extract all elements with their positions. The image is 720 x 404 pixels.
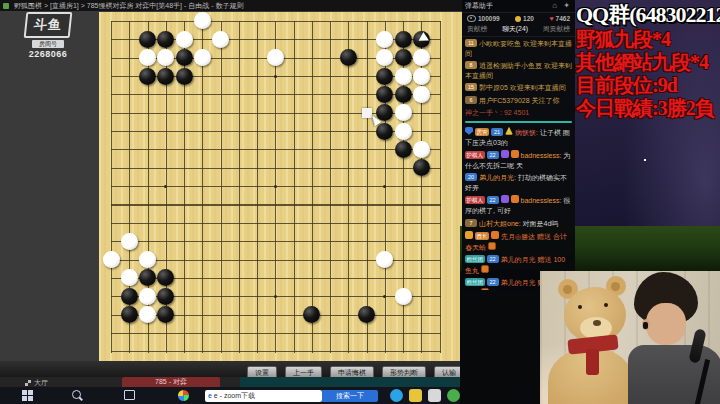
board-cell[interactable] [303, 48, 321, 66]
board-cell[interactable] [211, 177, 229, 195]
board-cell[interactable] [394, 30, 412, 48]
board-cell[interactable] [284, 287, 302, 305]
board-cell[interactable] [394, 67, 412, 85]
board-cell[interactable] [266, 67, 284, 85]
board-cell[interactable] [303, 324, 321, 342]
board-cell[interactable] [138, 287, 156, 305]
board-cell[interactable] [321, 30, 339, 48]
board-cell[interactable] [211, 250, 229, 268]
board-cell[interactable] [284, 269, 302, 287]
board-cell[interactable] [138, 250, 156, 268]
board-cell[interactable] [102, 324, 120, 342]
taskbar-icon-file-explorer[interactable] [409, 389, 422, 402]
board-cell[interactable] [394, 269, 412, 287]
board-cell[interactable] [211, 85, 229, 103]
board-cell[interactable] [266, 30, 284, 48]
board-cell[interactable] [230, 342, 248, 360]
board-cell[interactable] [376, 305, 394, 323]
board-cell[interactable] [248, 287, 266, 305]
board-cell[interactable] [357, 232, 375, 250]
board-cell[interactable] [120, 159, 138, 177]
board-cell[interactable] [120, 30, 138, 48]
board-cell[interactable] [394, 159, 412, 177]
board-cell[interactable] [248, 342, 266, 360]
board-cell[interactable] [430, 305, 448, 323]
board-cell[interactable] [138, 30, 156, 48]
board-cell[interactable] [339, 67, 357, 85]
board-cell[interactable] [357, 177, 375, 195]
board-cell[interactable] [120, 140, 138, 158]
board-cell[interactable] [230, 195, 248, 213]
board-cell[interactable] [193, 30, 211, 48]
board-cell[interactable] [284, 324, 302, 342]
board-cell[interactable] [321, 250, 339, 268]
board-cell[interactable] [230, 122, 248, 140]
board-cell[interactable] [157, 85, 175, 103]
board-cell[interactable] [211, 324, 229, 342]
board-cell[interactable] [412, 140, 430, 158]
board-cell[interactable] [321, 85, 339, 103]
board-cell[interactable] [175, 287, 193, 305]
board-cell[interactable] [321, 287, 339, 305]
board-cell[interactable] [321, 140, 339, 158]
board-cell[interactable] [412, 177, 430, 195]
tab-chat[interactable]: 聊天(24) [502, 24, 528, 34]
board-cell[interactable] [394, 104, 412, 122]
board-cell[interactable] [430, 85, 448, 103]
board-cell[interactable] [321, 342, 339, 360]
board-cell[interactable] [339, 287, 357, 305]
board-cell[interactable] [394, 12, 412, 30]
board-cell[interactable] [211, 122, 229, 140]
board-cell[interactable] [102, 140, 120, 158]
board-cell[interactable] [120, 232, 138, 250]
board-cell[interactable] [120, 342, 138, 360]
board-cell[interactable] [357, 269, 375, 287]
board-cell[interactable] [303, 104, 321, 122]
search-icon[interactable] [72, 390, 83, 401]
board-cell[interactable] [266, 122, 284, 140]
board-cell[interactable] [412, 324, 430, 342]
board-cell[interactable] [211, 214, 229, 232]
board-cell[interactable] [430, 67, 448, 85]
board-cell[interactable] [175, 67, 193, 85]
board-cell[interactable] [430, 232, 448, 250]
board-cell[interactable] [284, 250, 302, 268]
board-cell[interactable] [266, 177, 284, 195]
board-cell[interactable] [193, 342, 211, 360]
board-cell[interactable] [376, 177, 394, 195]
board-cell[interactable] [157, 12, 175, 30]
board-cell[interactable] [357, 250, 375, 268]
board-cell[interactable] [230, 232, 248, 250]
board-cell[interactable] [211, 30, 229, 48]
board-cell[interactable] [175, 140, 193, 158]
board-cell[interactable] [284, 305, 302, 323]
board-cell[interactable] [339, 232, 357, 250]
board-cell[interactable] [266, 214, 284, 232]
board-cell[interactable] [157, 48, 175, 66]
board-cell[interactable] [394, 177, 412, 195]
start-button[interactable] [22, 390, 33, 401]
board-cell[interactable] [230, 269, 248, 287]
board-cell[interactable] [394, 140, 412, 158]
board-cell[interactable] [394, 305, 412, 323]
board-cell[interactable] [193, 104, 211, 122]
board-cell[interactable] [376, 159, 394, 177]
board-cell[interactable] [430, 324, 448, 342]
board-cell[interactable] [138, 67, 156, 85]
board-cell[interactable] [339, 12, 357, 30]
board-cell[interactable] [175, 214, 193, 232]
board-cell[interactable] [266, 104, 284, 122]
board-cell[interactable] [102, 250, 120, 268]
board-cell[interactable] [157, 104, 175, 122]
board-cell[interactable] [357, 324, 375, 342]
board-cell[interactable] [266, 305, 284, 323]
board-cell[interactable] [157, 342, 175, 360]
board-cell[interactable] [412, 287, 430, 305]
board-cell[interactable] [266, 250, 284, 268]
board-cell[interactable] [248, 250, 266, 268]
board-cell[interactable] [412, 67, 430, 85]
board-cell[interactable] [211, 104, 229, 122]
board-cell[interactable] [157, 140, 175, 158]
board-cell[interactable] [339, 195, 357, 213]
board-cell[interactable] [102, 305, 120, 323]
board-cell[interactable] [412, 195, 430, 213]
board-cell[interactable] [303, 250, 321, 268]
board-cell[interactable] [230, 287, 248, 305]
board-cell[interactable] [138, 342, 156, 360]
board-cell[interactable] [303, 67, 321, 85]
board-cell[interactable] [376, 30, 394, 48]
board-cell[interactable] [303, 287, 321, 305]
board-cell[interactable] [339, 159, 357, 177]
board-cell[interactable] [175, 324, 193, 342]
board-cell[interactable] [102, 104, 120, 122]
board-cell[interactable] [157, 287, 175, 305]
board-cell[interactable] [339, 85, 357, 103]
board-cell[interactable] [102, 287, 120, 305]
board-cell[interactable] [175, 195, 193, 213]
board-cell[interactable] [284, 104, 302, 122]
board-cell[interactable] [211, 305, 229, 323]
board-cell[interactable] [284, 48, 302, 66]
board-cell[interactable] [175, 12, 193, 30]
board-cell[interactable] [412, 250, 430, 268]
board-cell[interactable] [266, 232, 284, 250]
board-cell[interactable] [230, 104, 248, 122]
board-cell[interactable] [376, 214, 394, 232]
board-cell[interactable] [230, 324, 248, 342]
board-cell[interactable] [321, 269, 339, 287]
board-cell[interactable] [248, 12, 266, 30]
board-cell[interactable] [376, 342, 394, 360]
board-cell[interactable] [321, 305, 339, 323]
board-cell[interactable] [102, 12, 120, 30]
board-cell[interactable] [430, 140, 448, 158]
board-cell[interactable] [266, 159, 284, 177]
board-cell[interactable] [303, 140, 321, 158]
board-cell[interactable] [248, 85, 266, 103]
taskbar-icon-chrome-browser[interactable] [447, 389, 460, 402]
board-cell[interactable] [394, 48, 412, 66]
board-cell[interactable] [284, 67, 302, 85]
board-cell[interactable] [230, 159, 248, 177]
tab-room-785[interactable]: 785 - 对弈 [122, 377, 220, 387]
chat-header-icons[interactable]: ⌂ ✦ [552, 0, 572, 12]
board-cell[interactable] [412, 12, 430, 30]
board-cell[interactable] [303, 195, 321, 213]
board-cell[interactable] [248, 67, 266, 85]
board-cell[interactable] [157, 250, 175, 268]
board-cell[interactable] [303, 30, 321, 48]
board-cell[interactable] [120, 250, 138, 268]
board-cell[interactable] [175, 342, 193, 360]
board-cell[interactable] [357, 48, 375, 66]
board-cell[interactable] [357, 214, 375, 232]
board-cell[interactable] [175, 159, 193, 177]
board-cell[interactable] [230, 67, 248, 85]
board-cell[interactable] [175, 104, 193, 122]
board-cell[interactable] [376, 104, 394, 122]
board-cell[interactable] [357, 12, 375, 30]
board-cell[interactable] [248, 48, 266, 66]
board-cell[interactable] [303, 159, 321, 177]
board-cell[interactable] [376, 287, 394, 305]
board-cell[interactable] [248, 195, 266, 213]
board-cell[interactable] [430, 214, 448, 232]
board-cell[interactable] [357, 159, 375, 177]
board-cell[interactable] [248, 305, 266, 323]
board-cell[interactable] [193, 305, 211, 323]
board-cell[interactable] [430, 104, 448, 122]
board-cell[interactable] [102, 214, 120, 232]
board-cell[interactable] [284, 30, 302, 48]
board-cell[interactable] [266, 324, 284, 342]
board-cell[interactable] [102, 159, 120, 177]
board-cell[interactable] [357, 195, 375, 213]
board-cell[interactable] [339, 140, 357, 158]
board-cell[interactable] [211, 232, 229, 250]
board-cell[interactable] [412, 342, 430, 360]
board-cell[interactable] [357, 140, 375, 158]
board-cell[interactable] [230, 48, 248, 66]
board-cell[interactable] [412, 269, 430, 287]
board-cell[interactable] [175, 177, 193, 195]
board-cell[interactable] [211, 67, 229, 85]
board-cell[interactable] [430, 342, 448, 360]
board-cell[interactable] [211, 195, 229, 213]
board-cell[interactable] [102, 269, 120, 287]
board-cell[interactable] [120, 177, 138, 195]
board-cell[interactable] [193, 85, 211, 103]
board-cell[interactable] [412, 30, 430, 48]
board-cell[interactable] [138, 214, 156, 232]
board-cell[interactable] [175, 85, 193, 103]
board-cell[interactable] [394, 342, 412, 360]
board-cell[interactable] [266, 342, 284, 360]
board-cell[interactable] [339, 214, 357, 232]
board-cell[interactable] [284, 342, 302, 360]
board-cell[interactable] [120, 269, 138, 287]
board-cell[interactable] [321, 48, 339, 66]
board-cell[interactable] [266, 140, 284, 158]
board-cell[interactable] [120, 324, 138, 342]
board-cell[interactable] [321, 104, 339, 122]
board-cell[interactable] [193, 232, 211, 250]
board-cell[interactable] [430, 12, 448, 30]
board-cell[interactable] [266, 287, 284, 305]
board-cell[interactable] [430, 122, 448, 140]
board-cell[interactable] [339, 324, 357, 342]
board-cell[interactable] [248, 159, 266, 177]
board-cell[interactable] [193, 177, 211, 195]
tab-weekly[interactable]: 周贡献榜 [543, 24, 570, 34]
board-cell[interactable] [303, 232, 321, 250]
board-cell[interactable] [303, 342, 321, 360]
tab-contribution[interactable]: 贡献榜 [467, 24, 487, 34]
board-cell[interactable] [120, 287, 138, 305]
board-cell[interactable] [102, 67, 120, 85]
board-cell[interactable] [120, 214, 138, 232]
board-cell[interactable] [230, 305, 248, 323]
board-cell[interactable] [230, 214, 248, 232]
board-cell[interactable] [266, 195, 284, 213]
board-cell[interactable] [193, 122, 211, 140]
board-cell[interactable] [376, 195, 394, 213]
board-cell[interactable] [357, 122, 375, 140]
board-cell[interactable] [430, 177, 448, 195]
board-cell[interactable] [138, 48, 156, 66]
board-cell[interactable] [120, 122, 138, 140]
board-cell[interactable] [138, 305, 156, 323]
board-cell[interactable] [120, 85, 138, 103]
board-cell[interactable] [266, 85, 284, 103]
board-cell[interactable] [339, 342, 357, 360]
board-cell[interactable] [157, 177, 175, 195]
board-cell[interactable] [303, 177, 321, 195]
board-cell[interactable] [102, 30, 120, 48]
board-cell[interactable] [175, 48, 193, 66]
board-cell[interactable] [138, 324, 156, 342]
board-cell[interactable] [412, 48, 430, 66]
board-cell[interactable] [138, 140, 156, 158]
taskbar-icon-store[interactable] [428, 389, 441, 402]
board-cell[interactable] [394, 232, 412, 250]
board-cell[interactable] [157, 122, 175, 140]
board-cell[interactable] [339, 250, 357, 268]
board-cell[interactable] [193, 250, 211, 268]
board-cell[interactable] [321, 214, 339, 232]
board-cell[interactable] [394, 250, 412, 268]
board-cell[interactable] [157, 214, 175, 232]
board-cell[interactable] [357, 104, 375, 122]
board-cell[interactable] [157, 305, 175, 323]
board-cell[interactable] [321, 195, 339, 213]
board-cell[interactable] [248, 104, 266, 122]
board-cell[interactable] [303, 122, 321, 140]
board-cell[interactable] [412, 104, 430, 122]
board-cell[interactable] [248, 324, 266, 342]
board-cell[interactable] [193, 159, 211, 177]
board-cell[interactable] [230, 85, 248, 103]
board-cell[interactable] [376, 67, 394, 85]
board-cell[interactable] [339, 177, 357, 195]
board-cell[interactable] [230, 177, 248, 195]
board-cell[interactable] [376, 12, 394, 30]
board-cell[interactable] [321, 159, 339, 177]
taskbar-search-box[interactable]: e e - zoom下载 [205, 390, 322, 402]
board-cell[interactable] [321, 177, 339, 195]
board-cell[interactable] [412, 305, 430, 323]
board-cell[interactable] [321, 324, 339, 342]
board-cell[interactable] [266, 269, 284, 287]
board-cell[interactable] [175, 250, 193, 268]
board-cell[interactable] [394, 122, 412, 140]
board-cell[interactable] [321, 122, 339, 140]
board-cell[interactable] [284, 232, 302, 250]
board-cell[interactable] [211, 342, 229, 360]
board-cell[interactable] [284, 122, 302, 140]
board-cell[interactable] [394, 287, 412, 305]
board-cell[interactable] [193, 67, 211, 85]
board-cell[interactable] [394, 85, 412, 103]
task-view-icon[interactable] [124, 390, 135, 401]
board-cell[interactable] [430, 269, 448, 287]
board-cell[interactable] [193, 140, 211, 158]
board-cell[interactable] [102, 85, 120, 103]
board-cell[interactable] [248, 269, 266, 287]
board-cell[interactable] [138, 195, 156, 213]
board-cell[interactable] [412, 159, 430, 177]
board-cell[interactable] [303, 12, 321, 30]
board-cell[interactable] [138, 269, 156, 287]
board-cell[interactable] [138, 85, 156, 103]
board-cell[interactable] [284, 195, 302, 213]
board-cell[interactable] [357, 342, 375, 360]
board-cell[interactable] [394, 324, 412, 342]
board-cell[interactable] [430, 195, 448, 213]
board-cell[interactable] [376, 250, 394, 268]
board-cell[interactable] [230, 140, 248, 158]
board-cell[interactable] [284, 12, 302, 30]
board-cell[interactable] [157, 67, 175, 85]
board-cell[interactable] [321, 67, 339, 85]
board-cell[interactable] [303, 305, 321, 323]
board-cell[interactable] [376, 232, 394, 250]
board-cell[interactable] [211, 287, 229, 305]
board-cell[interactable] [412, 122, 430, 140]
board-cell[interactable] [357, 85, 375, 103]
board-cell[interactable] [376, 48, 394, 66]
board-cell[interactable] [157, 159, 175, 177]
board-cell[interactable] [193, 12, 211, 30]
board-cell[interactable] [376, 85, 394, 103]
board-cell[interactable] [120, 48, 138, 66]
board-cell[interactable] [120, 104, 138, 122]
board-cell[interactable] [357, 67, 375, 85]
board-cell[interactable] [430, 48, 448, 66]
board-cell[interactable] [211, 140, 229, 158]
board-cell[interactable] [157, 269, 175, 287]
board-cell[interactable] [193, 214, 211, 232]
board-cell[interactable] [266, 12, 284, 30]
board-cell[interactable] [175, 232, 193, 250]
board-cell[interactable] [175, 30, 193, 48]
board-cell[interactable] [284, 85, 302, 103]
